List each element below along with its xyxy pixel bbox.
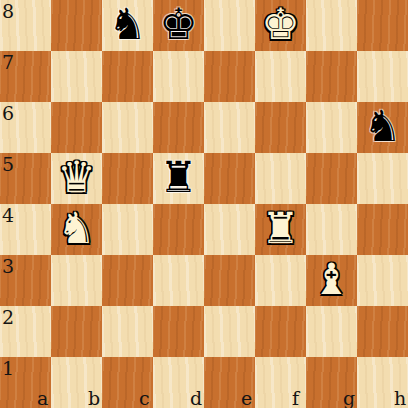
square-c3[interactable]	[102, 255, 153, 306]
square-b1[interactable]	[51, 357, 102, 408]
square-a4[interactable]	[0, 204, 51, 255]
square-h1[interactable]	[357, 357, 408, 408]
square-f2[interactable]	[255, 306, 306, 357]
square-d6[interactable]	[153, 102, 204, 153]
square-e2[interactable]	[204, 306, 255, 357]
black-knight[interactable]: ♞	[357, 102, 408, 153]
square-g6[interactable]	[306, 102, 357, 153]
square-h4[interactable]	[357, 204, 408, 255]
square-a8[interactable]	[0, 0, 51, 51]
white-queen[interactable]: ♛	[51, 153, 102, 204]
square-d8[interactable]: ♚	[153, 0, 204, 51]
square-d7[interactable]	[153, 51, 204, 102]
square-e6[interactable]	[204, 102, 255, 153]
square-b8[interactable]	[51, 0, 102, 51]
square-b2[interactable]	[51, 306, 102, 357]
white-knight[interactable]: ♞	[51, 204, 102, 255]
square-g4[interactable]	[306, 204, 357, 255]
white-bishop[interactable]: ♝	[306, 255, 357, 306]
square-a5[interactable]	[0, 153, 51, 204]
square-f7[interactable]	[255, 51, 306, 102]
square-e1[interactable]	[204, 357, 255, 408]
square-b5[interactable]: ♛	[51, 153, 102, 204]
square-g1[interactable]	[306, 357, 357, 408]
square-c1[interactable]	[102, 357, 153, 408]
square-e8[interactable]	[204, 0, 255, 51]
chess-diagram: ♞♚♚♞♛♜♞♜♝ 87654321abcdefgh	[0, 0, 408, 408]
square-a3[interactable]	[0, 255, 51, 306]
square-e7[interactable]	[204, 51, 255, 102]
square-c2[interactable]	[102, 306, 153, 357]
white-king[interactable]: ♚	[255, 0, 306, 51]
square-a1[interactable]	[0, 357, 51, 408]
square-e4[interactable]	[204, 204, 255, 255]
square-b4[interactable]: ♞	[51, 204, 102, 255]
square-d4[interactable]	[153, 204, 204, 255]
square-f3[interactable]	[255, 255, 306, 306]
square-g3[interactable]: ♝	[306, 255, 357, 306]
square-f4[interactable]: ♜	[255, 204, 306, 255]
square-b7[interactable]	[51, 51, 102, 102]
square-g7[interactable]	[306, 51, 357, 102]
square-h3[interactable]	[357, 255, 408, 306]
chess-board: ♞♚♚♞♛♜♞♜♝	[0, 0, 408, 408]
square-f6[interactable]	[255, 102, 306, 153]
square-a7[interactable]	[0, 51, 51, 102]
square-c4[interactable]	[102, 204, 153, 255]
square-d5[interactable]: ♜	[153, 153, 204, 204]
square-b3[interactable]	[51, 255, 102, 306]
square-d2[interactable]	[153, 306, 204, 357]
square-g5[interactable]	[306, 153, 357, 204]
black-rook[interactable]: ♜	[153, 153, 204, 204]
square-c8[interactable]: ♞	[102, 0, 153, 51]
square-d3[interactable]	[153, 255, 204, 306]
square-a2[interactable]	[0, 306, 51, 357]
square-e5[interactable]	[204, 153, 255, 204]
square-f5[interactable]	[255, 153, 306, 204]
square-d1[interactable]	[153, 357, 204, 408]
square-g8[interactable]	[306, 0, 357, 51]
black-knight[interactable]: ♞	[102, 0, 153, 51]
square-e3[interactable]	[204, 255, 255, 306]
square-h6[interactable]: ♞	[357, 102, 408, 153]
square-f1[interactable]	[255, 357, 306, 408]
square-h8[interactable]	[357, 0, 408, 51]
square-c5[interactable]	[102, 153, 153, 204]
square-g2[interactable]	[306, 306, 357, 357]
black-king[interactable]: ♚	[153, 0, 204, 51]
square-b6[interactable]	[51, 102, 102, 153]
square-h5[interactable]	[357, 153, 408, 204]
square-a6[interactable]	[0, 102, 51, 153]
white-rook[interactable]: ♜	[255, 204, 306, 255]
square-c6[interactable]	[102, 102, 153, 153]
square-c7[interactable]	[102, 51, 153, 102]
square-h2[interactable]	[357, 306, 408, 357]
square-f8[interactable]: ♚	[255, 0, 306, 51]
square-h7[interactable]	[357, 51, 408, 102]
